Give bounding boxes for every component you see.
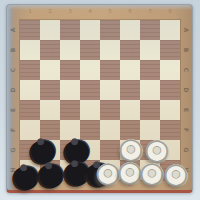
pawn-glyph: ●: [71, 159, 79, 168]
pawn-glyph: ○: [147, 167, 157, 178]
pawn-glyph: ●: [20, 163, 28, 172]
pawn-glyph: ○: [152, 144, 162, 155]
pawn-glyph: ○: [125, 166, 135, 177]
pawn-glyph: ●: [71, 137, 79, 146]
pawn-glyph: ●: [45, 161, 53, 170]
pieces-layer: ●●●●●○●○●○●○●●●●●●●●●○●○●○●○●○●○●○●○: [0, 0, 200, 200]
pawn-glyph: ●: [37, 137, 45, 146]
pawn-glyph: ○: [171, 168, 181, 179]
pawn-glyph: ○: [103, 167, 113, 178]
pawn-glyph: ○: [126, 143, 136, 154]
photo-background: AA11BB22CC33DD44EE55FF66GG77HH88 ●●●●●○●…: [0, 0, 200, 200]
